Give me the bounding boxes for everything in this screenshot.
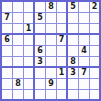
cell-r1c3-empty[interactable] — [24, 2, 33, 12]
cell-r7c7-given: 3 — [68, 68, 78, 78]
cell-r5c7-empty[interactable] — [68, 46, 78, 56]
cell-r5c1-empty[interactable] — [2, 46, 12, 56]
cell-r3c4-empty[interactable] — [35, 24, 45, 33]
cell-r4c1-given: 6 — [2, 35, 12, 45]
cell-r8c3-empty[interactable] — [24, 79, 33, 89]
cell-r2c2-empty[interactable] — [13, 13, 23, 23]
cell-r9c5-empty[interactable] — [46, 90, 56, 99]
cell-r3c8-empty[interactable] — [79, 24, 89, 33]
cell-r5c4-given: 6 — [35, 46, 45, 56]
cell-r7c5-empty[interactable] — [46, 68, 56, 78]
cell-r2c3-empty[interactable] — [24, 13, 33, 23]
cell-r1c6-empty[interactable] — [57, 2, 66, 12]
cell-r7c1-empty[interactable] — [2, 68, 12, 78]
cell-r9c4-empty[interactable] — [35, 90, 45, 99]
cell-r7c2-empty[interactable] — [13, 68, 23, 78]
cell-r9c8-empty[interactable] — [79, 90, 89, 99]
cell-r1c7-given: 5 — [68, 2, 78, 12]
cell-r9c3-empty[interactable] — [24, 90, 33, 99]
cell-r6c8-empty[interactable] — [79, 57, 89, 66]
cell-r4c4-empty[interactable] — [35, 35, 45, 45]
cell-r7c8-given: 7 — [79, 68, 89, 78]
cell-r4c7-empty[interactable] — [68, 35, 78, 45]
cell-r5c5-empty[interactable] — [46, 46, 56, 56]
cell-r4c5-empty[interactable] — [46, 35, 56, 45]
cell-r2c4-given: 5 — [35, 13, 45, 23]
cell-r1c8-empty[interactable] — [79, 2, 89, 12]
cell-r6c5-empty[interactable] — [46, 57, 56, 66]
cell-r8c6-empty[interactable] — [57, 79, 66, 89]
cell-r8c1-empty[interactable] — [2, 79, 12, 89]
sudoku-board: 85275167643813789 — [0, 0, 101, 101]
cell-r1c1-empty[interactable] — [2, 2, 12, 12]
cell-r3c1-empty[interactable] — [2, 24, 12, 33]
cell-r6c3-empty[interactable] — [24, 57, 33, 66]
cell-r5c2-empty[interactable] — [13, 46, 23, 56]
cell-r3c6-empty[interactable] — [57, 24, 66, 33]
cell-r1c4-empty[interactable] — [35, 2, 45, 12]
cell-r8c5-given: 9 — [46, 79, 56, 89]
cell-r6c7-given: 8 — [68, 57, 78, 66]
cell-r1c9-given: 2 — [90, 2, 99, 12]
cell-r5c8-given: 4 — [79, 46, 89, 56]
cell-r3c9-empty[interactable] — [90, 24, 99, 33]
cell-r3c7-empty[interactable] — [68, 24, 78, 33]
cell-r4c9-empty[interactable] — [90, 35, 99, 45]
cell-r7c6-given: 1 — [57, 68, 66, 78]
cell-r5c6-empty[interactable] — [57, 46, 66, 56]
cell-r2c7-empty[interactable] — [68, 13, 78, 23]
cell-r6c9-empty[interactable] — [90, 57, 99, 66]
cell-r4c8-empty[interactable] — [79, 35, 89, 45]
cell-r8c9-empty[interactable] — [90, 79, 99, 89]
cell-r7c9-empty[interactable] — [90, 68, 99, 78]
cell-r4c3-empty[interactable] — [24, 35, 33, 45]
cell-r6c2-empty[interactable] — [13, 57, 23, 66]
cell-r1c5-given: 8 — [46, 2, 56, 12]
cell-r6c4-given: 3 — [35, 57, 45, 66]
cell-r1c2-empty[interactable] — [13, 2, 23, 12]
cell-r2c1-given: 7 — [2, 13, 12, 23]
cell-r5c3-empty[interactable] — [24, 46, 33, 56]
cell-r9c9-empty[interactable] — [90, 90, 99, 99]
cell-r8c4-empty[interactable] — [35, 79, 45, 89]
cell-r7c3-empty[interactable] — [24, 68, 33, 78]
cell-r2c9-empty[interactable] — [90, 13, 99, 23]
cell-r5c9-empty[interactable] — [90, 46, 99, 56]
cell-r9c7-empty[interactable] — [68, 90, 78, 99]
cell-r3c5-empty[interactable] — [46, 24, 56, 33]
cell-r2c5-empty[interactable] — [46, 13, 56, 23]
cell-r6c1-empty[interactable] — [2, 57, 12, 66]
cell-r9c6-empty[interactable] — [57, 90, 66, 99]
cell-r4c2-empty[interactable] — [13, 35, 23, 45]
cell-r8c7-empty[interactable] — [68, 79, 78, 89]
cell-r4c6-given: 7 — [57, 35, 66, 45]
cell-r9c2-empty[interactable] — [13, 90, 23, 99]
cell-r8c8-empty[interactable] — [79, 79, 89, 89]
cell-r2c6-empty[interactable] — [57, 13, 66, 23]
cell-r7c4-empty[interactable] — [35, 68, 45, 78]
cell-r3c3-given: 1 — [24, 24, 33, 33]
cell-r9c1-empty[interactable] — [2, 90, 12, 99]
cell-r8c2-given: 8 — [13, 79, 23, 89]
cell-r6c6-empty[interactable] — [57, 57, 66, 66]
cell-r2c8-empty[interactable] — [79, 13, 89, 23]
cell-r3c2-empty[interactable] — [13, 24, 23, 33]
